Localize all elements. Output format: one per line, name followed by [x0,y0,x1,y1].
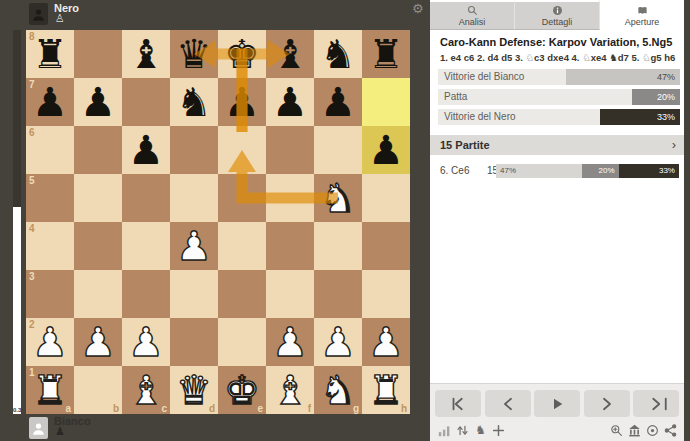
square-e7[interactable]: ♟ [218,78,266,126]
square-g1[interactable]: g♞ [314,366,362,414]
piece-black-bishop[interactable]: ♝ [266,30,314,78]
piece-black-pawn[interactable]: ♟ [218,78,266,126]
square-a1[interactable]: 1a♜ [26,366,74,414]
square-c6[interactable]: ♟ [122,126,170,174]
square-b5[interactable] [74,174,122,222]
magnifier-icon [467,4,478,16]
square-a8[interactable]: 8♜ [26,30,74,78]
top-player-bar: Nero ♙ ⚙ [0,0,430,30]
nav-next-button[interactable] [584,390,630,417]
square-f3[interactable] [266,270,314,318]
square-g3[interactable] [314,270,362,318]
stat-row-black-wins: Vittorie del Nero 33% [438,109,680,125]
analysis-panel: Analisi Dettagli Aperture Caro-Kann Defe… [430,0,684,441]
pieces-icon[interactable]: ♞ [474,424,487,437]
square-c4[interactable] [122,222,170,270]
square-c8[interactable]: ♝ [122,30,170,78]
square-f5[interactable] [266,174,314,222]
black-wins-segment: 33% [619,164,679,178]
rank-label: 3 [29,271,35,282]
piece-white-pawn[interactable]: ♟ [362,318,410,366]
white-wins-segment: 47% [496,164,582,178]
black-player-pawn-icon: ♙ [55,13,65,25]
square-e1[interactable]: e♚ [218,366,266,414]
square-h4[interactable] [362,222,410,270]
square-f6[interactable] [266,126,314,174]
piece-white-knight[interactable]: ♞ [314,174,362,222]
tab-label: Dettagli [542,17,573,27]
piece-white-pawn[interactable]: ♟ [170,222,218,270]
square-c7[interactable] [122,78,170,126]
tab-dettagli[interactable]: Dettagli [515,0,600,30]
square-b7[interactable]: ♟ [74,78,122,126]
stat-row-draws: Patta 20% [438,89,680,105]
piece-white-pawn[interactable]: ♟ [314,318,362,366]
square-h7[interactable] [362,78,410,126]
stat-bar-white-wins: 47% [566,69,680,85]
games-count-header[interactable]: 15 Partite › [430,135,684,155]
square-f8[interactable]: ♝ [266,30,314,78]
piece-black-bishop[interactable]: ♝ [122,30,170,78]
person-icon [31,421,46,436]
square-a4[interactable]: 4 [26,222,74,270]
piece-black-pawn[interactable]: ♟ [74,78,122,126]
square-b4[interactable] [74,222,122,270]
move-label: 6. Ce6 [440,163,469,178]
square-a6[interactable]: 6 [26,126,74,174]
rank-label: 5 [29,175,35,186]
piece-white-pawn[interactable]: ♟ [74,318,122,366]
square-b3[interactable] [74,270,122,318]
piece-white-pawn[interactable]: ♟ [122,318,170,366]
square-d1[interactable]: d♛ [170,366,218,414]
rank-label: 4 [29,223,35,234]
opening-moves-line: 1. e4 c6 2. d4 d5 3. ♘c3 dxe4 4. ♘xe4 ♞d… [440,52,680,63]
eval-bar-white-part: 0.3 [13,207,21,414]
square-e3[interactable] [218,270,266,318]
chevron-right-icon: › [672,135,676,154]
square-g2[interactable]: ♟ [314,318,362,366]
stat-row-white-wins: Vittorie del Bianco 47% [438,69,680,85]
share-icon[interactable] [664,424,677,437]
tools-right [610,424,677,437]
square-a2[interactable]: 2♟ [26,318,74,366]
opening-move-row[interactable]: 6. Ce6 15 47% 20% 33% [430,163,684,178]
square-g8[interactable]: ♞ [314,30,362,78]
square-a3[interactable]: 3 [26,270,74,318]
opening-title: Caro-Kann Defense: Karpov Variation, 5.N… [440,36,678,48]
bottom-player-bar: Bianco ♟ [0,413,430,441]
piece-black-queen[interactable]: ♛ [170,30,218,78]
games-count-label: 15 Partite [440,135,490,155]
square-g5[interactable]: ♞ [314,174,362,222]
square-d6[interactable] [170,126,218,174]
piece-black-pawn[interactable]: ♟ [266,78,314,126]
square-g7[interactable]: ♟ [314,78,362,126]
square-h6[interactable]: ♟ [362,126,410,174]
square-c5[interactable] [122,174,170,222]
piece-black-rook[interactable]: ♜ [26,30,74,78]
square-c3[interactable] [122,270,170,318]
stat-bar-black-wins: 33% [600,109,680,125]
square-f1[interactable]: f♝ [266,366,314,414]
bank-icon[interactable] [628,424,641,437]
repeat-icon[interactable] [456,424,469,437]
info-icon [552,4,563,16]
square-h1[interactable]: h♜ [362,366,410,414]
window-edge-strip [684,0,690,441]
nav-prev-button[interactable] [485,390,531,417]
chess-board[interactable]: 8♜♝♛♚♝♞♜7♟♟♞♟♟♟6♟♟5♞4♟32♟♟♟♟♟♟1a♜bc♝d♛e♚… [26,30,410,414]
piece-white-pawn[interactable]: ♟ [26,318,74,366]
nav-play-button[interactable] [534,390,580,417]
square-e4[interactable] [218,222,266,270]
piece-white-king[interactable]: ♚ [218,366,266,414]
piece-white-pawn[interactable]: ♟ [266,318,314,366]
square-e5[interactable] [218,174,266,222]
square-g6[interactable] [314,126,362,174]
plus-icon[interactable] [492,424,505,437]
square-d4[interactable]: ♟ [170,222,218,270]
stat-label: Vittorie del Bianco [444,69,524,85]
square-a5[interactable]: 5 [26,174,74,222]
square-d7[interactable]: ♞ [170,78,218,126]
square-g4[interactable] [314,222,362,270]
piece-black-pawn[interactable]: ♟ [122,126,170,174]
white-player-avatar [29,417,48,439]
nav-last-button[interactable] [633,390,679,417]
stat-label: Vittorie del Nero [444,109,516,125]
piece-white-rook[interactable]: ♜ [26,366,74,414]
square-f4[interactable] [266,222,314,270]
tools-left: ♞ [438,424,505,437]
opening-move-list: 6. Ce6 15 47% 20% 33% [430,163,684,178]
tab-label: Analisi [459,17,486,27]
square-a7[interactable]: 7♟ [26,78,74,126]
piece-white-bishop[interactable]: ♝ [122,366,170,414]
piece-black-knight[interactable]: ♞ [170,78,218,126]
piece-white-bishop[interactable]: ♝ [266,366,314,414]
square-f7[interactable]: ♟ [266,78,314,126]
zoom-in-icon[interactable] [610,424,623,437]
square-h3[interactable] [362,270,410,318]
square-d3[interactable] [170,270,218,318]
piece-black-pawn[interactable]: ♟ [314,78,362,126]
square-h5[interactable] [362,174,410,222]
piece-black-knight[interactable]: ♞ [314,30,362,78]
square-b2[interactable]: ♟ [74,318,122,366]
square-b6[interactable] [74,126,122,174]
square-d8[interactable]: ♛ [170,30,218,78]
piece-black-king[interactable]: ♚ [218,30,266,78]
book-icon [637,4,648,16]
stat-label: Patta [444,89,467,105]
draws-segment: 20% [582,164,619,178]
win-stats: Vittorie del Bianco 47%Patta 20%Vittorie… [438,69,680,129]
panel-tabs: Analisi Dettagli Aperture [430,0,684,30]
tab-label: Aperture [625,17,660,27]
square-d2[interactable] [170,318,218,366]
record-icon[interactable] [646,424,659,437]
square-c2[interactable]: ♟ [122,318,170,366]
nav-buttons [435,390,679,417]
black-player-avatar [29,3,48,25]
move-games-count: 15 [474,163,498,178]
square-c1[interactable]: c♝ [122,366,170,414]
square-h8[interactable]: ♜ [362,30,410,78]
tab-analisi[interactable]: Analisi [430,0,515,30]
settings-gear-icon[interactable]: ⚙ [412,1,424,16]
stat-bar-draws: 20% [632,89,680,105]
tab-aperture[interactable]: Aperture [600,0,684,30]
square-e2[interactable] [218,318,266,366]
square-f2[interactable]: ♟ [266,318,314,366]
piece-black-pawn[interactable]: ♟ [26,78,74,126]
eval-bar: 0.3 [13,30,21,414]
square-h2[interactable]: ♟ [362,318,410,366]
rank-label: 6 [29,127,35,138]
piece-white-queen[interactable]: ♛ [170,366,218,414]
piece-black-pawn[interactable]: ♟ [362,126,410,174]
navigation-box: ♞ [430,383,684,441]
square-d5[interactable] [170,174,218,222]
nav-first-button[interactable] [435,390,481,417]
piece-white-rook[interactable]: ♜ [362,366,410,414]
stats-icon[interactable] [438,424,451,437]
person-icon [31,7,46,22]
piece-black-rook[interactable]: ♜ [362,30,410,78]
white-player-pawn-icon: ♟ [55,426,65,438]
piece-white-knight[interactable]: ♞ [314,366,362,414]
square-e6[interactable] [218,126,266,174]
square-b8[interactable] [74,30,122,78]
move-result-bar: 47% 20% 33% [496,164,679,178]
square-b1[interactable]: b [74,366,122,414]
square-e8[interactable]: ♚ [218,30,266,78]
